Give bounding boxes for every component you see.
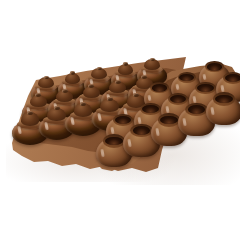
mold-cavity-hole <box>133 126 151 135</box>
mold-cavity <box>206 91 240 126</box>
chocolate-bump-tip <box>62 89 68 93</box>
chocolate-bump-tip <box>115 80 121 84</box>
chocolate-bump-tip <box>141 75 147 79</box>
mold-cavity-hole <box>188 105 206 114</box>
chocolate-bump-tip <box>80 102 86 106</box>
mold-pieces-layer <box>0 0 240 240</box>
chocolate-bump-tip <box>27 111 33 115</box>
chocolate-bump-tip <box>123 62 128 66</box>
mold-cavity-hole <box>225 74 240 82</box>
chocolate-bump-tip <box>133 93 139 97</box>
chocolate-bump-tip <box>35 93 41 97</box>
chocolate-bump-tip <box>97 67 102 71</box>
chocolate-bump-tip <box>88 84 94 88</box>
chocolate-bump-tip <box>70 71 75 75</box>
chocolate-bump-tip <box>44 76 49 80</box>
product-photo-canvas <box>0 0 240 240</box>
chocolate-bump-tip <box>150 58 155 62</box>
